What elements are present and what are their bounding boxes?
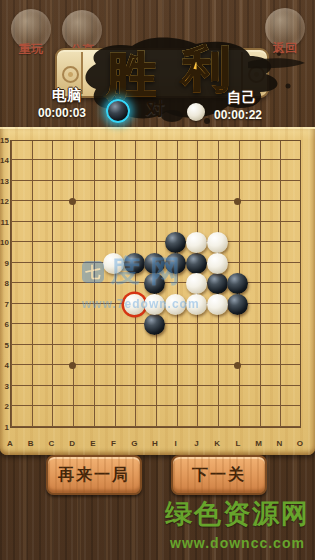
white-stone-J10 [186, 232, 207, 253]
col-label-B: B [26, 439, 36, 448]
black-stone-I9 [165, 253, 186, 274]
white-stone-indicator-icon [187, 103, 205, 121]
row-label-7: 7 [0, 300, 9, 309]
row-label-15: 15 [0, 136, 9, 145]
site-watermark-url: www.downcc.com [165, 535, 310, 551]
row-label-12: 12 [0, 197, 9, 206]
row-label-3: 3 [0, 382, 9, 391]
col-label-H: H [150, 439, 160, 448]
row-label-11: 11 [0, 218, 9, 227]
col-label-K: K [212, 439, 222, 448]
white-stone-J8 [186, 273, 207, 294]
col-label-N: N [274, 439, 284, 448]
star-point-D4 [69, 362, 76, 369]
replay-label: 重玩 [9, 41, 53, 58]
col-label-G: G [129, 439, 139, 448]
row-label-4: 4 [0, 361, 9, 370]
white-stone-H7 [144, 294, 165, 315]
col-label-M: M [254, 439, 264, 448]
game-screen: 重玩 分享 返回 胜 利 电脑 00:00:03 自己 00:00:22 [0, 0, 315, 560]
gomoku-board: 151413121110987654321ABCDEFGHIJKLMNO 七 度… [0, 127, 315, 455]
play-again-label: 再来一局 [58, 465, 130, 486]
col-label-J: J [191, 439, 201, 448]
white-stone-I7 [165, 294, 186, 315]
black-stone-G9 [124, 253, 145, 274]
row-label-6: 6 [0, 320, 9, 329]
play-again-button[interactable]: 再来一局 [46, 455, 142, 495]
white-stone-K9 [207, 253, 228, 274]
col-label-F: F [109, 439, 119, 448]
player-left-time: 00:00:03 [38, 106, 86, 120]
player-right-name: 自己 [227, 89, 257, 107]
white-stone-J7 [186, 294, 207, 315]
col-label-I: I [171, 439, 181, 448]
swirl-ornament-icon [62, 66, 79, 83]
replay-button[interactable]: 重玩 [9, 9, 53, 58]
black-stone-J9 [186, 253, 207, 274]
site-watermark: 绿色资源网 www.downcc.com [165, 496, 310, 551]
col-label-E: E [88, 439, 98, 448]
white-stone-K7 [207, 294, 228, 315]
player-left-name: 电脑 [52, 87, 82, 105]
row-label-5: 5 [0, 341, 9, 350]
col-label-A: A [5, 439, 15, 448]
black-stone-H9 [144, 253, 165, 274]
site-watermark-name: 绿色资源网 [165, 496, 310, 532]
player-right-time: 00:00:22 [214, 108, 262, 122]
next-level-label: 下一关 [192, 465, 246, 486]
row-label-10: 10 [0, 238, 9, 247]
black-stone-L7 [227, 294, 248, 315]
back-label: 返回 [263, 40, 307, 57]
vs-label: 对 [146, 96, 165, 122]
col-label-C: C [46, 439, 56, 448]
row-label-9: 9 [0, 259, 9, 268]
black-stone-K8 [207, 273, 228, 294]
white-stone-G7 [124, 294, 145, 315]
swirl-ornament-icon [248, 66, 265, 83]
col-label-L: L [233, 439, 243, 448]
row-label-1: 1 [0, 423, 9, 432]
white-stone-F9 [103, 253, 124, 274]
share-label: 分享 [60, 42, 104, 59]
next-level-button[interactable]: 下一关 [171, 455, 267, 495]
star-point-D12 [69, 198, 76, 205]
back-button[interactable]: 返回 [263, 8, 307, 57]
col-label-D: D [67, 439, 77, 448]
row-label-2: 2 [0, 402, 9, 411]
row-label-14: 14 [0, 156, 9, 165]
col-label-O: O [295, 439, 305, 448]
row-label-8: 8 [0, 279, 9, 288]
white-stone-K10 [207, 232, 228, 253]
row-label-13: 13 [0, 177, 9, 186]
black-stone-indicator-icon [106, 99, 130, 123]
share-button[interactable]: 分享 [60, 10, 104, 59]
